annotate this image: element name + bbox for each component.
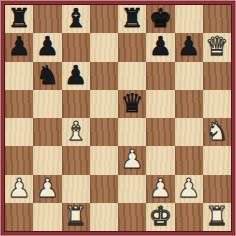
square-a5[interactable]: [5, 90, 33, 118]
square-f5[interactable]: [146, 90, 174, 118]
white-rook[interactable]: ♜: [205, 203, 228, 229]
square-b5[interactable]: [33, 90, 61, 118]
black-pawn[interactable]: ♟: [149, 33, 172, 59]
white-pawn[interactable]: ♟: [120, 146, 143, 172]
square-c1[interactable]: ♜: [62, 203, 90, 231]
square-f2[interactable]: ♟: [146, 175, 174, 203]
square-h4[interactable]: ♞: [203, 118, 231, 146]
square-h7[interactable]: ♛: [203, 33, 231, 61]
black-pawn[interactable]: ♟: [177, 33, 200, 59]
square-g8[interactable]: [175, 5, 203, 33]
black-king[interactable]: ♚: [149, 5, 172, 31]
square-h3[interactable]: [203, 146, 231, 174]
white-pawn[interactable]: ♟: [7, 175, 30, 201]
square-h1[interactable]: ♜: [203, 203, 231, 231]
square-a7[interactable]: ♟: [5, 33, 33, 61]
black-rook[interactable]: ♜: [120, 5, 143, 31]
square-b6[interactable]: ♞: [33, 62, 61, 90]
black-pawn[interactable]: ♟: [7, 33, 30, 59]
square-a2[interactable]: ♟: [5, 175, 33, 203]
square-e6[interactable]: [118, 62, 146, 90]
square-f7[interactable]: ♟: [146, 33, 174, 61]
square-c3[interactable]: [62, 146, 90, 174]
square-a1[interactable]: [5, 203, 33, 231]
square-c8[interactable]: ♝: [62, 5, 90, 33]
square-e4[interactable]: [118, 118, 146, 146]
square-d3[interactable]: [90, 146, 118, 174]
square-e3[interactable]: ♟: [118, 146, 146, 174]
square-a4[interactable]: [5, 118, 33, 146]
square-b4[interactable]: [33, 118, 61, 146]
white-queen[interactable]: ♛: [205, 33, 228, 59]
square-b8[interactable]: [33, 5, 61, 33]
square-g3[interactable]: [175, 146, 203, 174]
square-g6[interactable]: [175, 62, 203, 90]
white-pawn[interactable]: ♟: [36, 175, 59, 201]
white-pawn[interactable]: ♟: [149, 175, 172, 201]
square-g7[interactable]: ♟: [175, 33, 203, 61]
square-c4[interactable]: ♝: [62, 118, 90, 146]
black-queen[interactable]: ♛: [120, 90, 143, 116]
square-f6[interactable]: [146, 62, 174, 90]
square-b3[interactable]: [33, 146, 61, 174]
white-king[interactable]: ♚: [149, 203, 172, 229]
square-b1[interactable]: [33, 203, 61, 231]
square-d8[interactable]: [90, 5, 118, 33]
board-frame: ♜♝♜♚♟♟♟♟♛♞♟♛♝♞♟♟♟♟♟♜♚♜: [0, 0, 236, 236]
square-d1[interactable]: [90, 203, 118, 231]
square-d5[interactable]: [90, 90, 118, 118]
white-bishop[interactable]: ♝: [64, 118, 87, 144]
square-a8[interactable]: ♜: [5, 5, 33, 33]
chess-board: ♜♝♜♚♟♟♟♟♛♞♟♛♝♞♟♟♟♟♟♜♚♜: [4, 4, 232, 232]
square-d4[interactable]: [90, 118, 118, 146]
black-knight[interactable]: ♞: [36, 62, 59, 88]
square-f4[interactable]: [146, 118, 174, 146]
square-d2[interactable]: [90, 175, 118, 203]
white-pawn[interactable]: ♟: [177, 175, 200, 201]
square-g5[interactable]: [175, 90, 203, 118]
square-h8[interactable]: [203, 5, 231, 33]
square-g1[interactable]: [175, 203, 203, 231]
square-g2[interactable]: ♟: [175, 175, 203, 203]
square-e8[interactable]: ♜: [118, 5, 146, 33]
square-f3[interactable]: [146, 146, 174, 174]
square-f8[interactable]: ♚: [146, 5, 174, 33]
square-b2[interactable]: ♟: [33, 175, 61, 203]
black-bishop[interactable]: ♝: [64, 5, 87, 31]
square-b7[interactable]: ♟: [33, 33, 61, 61]
black-rook[interactable]: ♜: [7, 5, 30, 31]
square-a3[interactable]: [5, 146, 33, 174]
white-knight[interactable]: ♞: [205, 118, 228, 144]
square-g4[interactable]: [175, 118, 203, 146]
square-h6[interactable]: [203, 62, 231, 90]
square-c5[interactable]: [62, 90, 90, 118]
black-pawn[interactable]: ♟: [64, 62, 87, 88]
square-h5[interactable]: [203, 90, 231, 118]
square-e2[interactable]: [118, 175, 146, 203]
square-c7[interactable]: [62, 33, 90, 61]
square-d6[interactable]: [90, 62, 118, 90]
square-e5[interactable]: ♛: [118, 90, 146, 118]
square-h2[interactable]: [203, 175, 231, 203]
square-f1[interactable]: ♚: [146, 203, 174, 231]
square-d7[interactable]: [90, 33, 118, 61]
square-c6[interactable]: ♟: [62, 62, 90, 90]
square-c2[interactable]: [62, 175, 90, 203]
square-e7[interactable]: [118, 33, 146, 61]
square-e1[interactable]: [118, 203, 146, 231]
black-pawn[interactable]: ♟: [36, 33, 59, 59]
square-a6[interactable]: [5, 62, 33, 90]
white-rook[interactable]: ♜: [64, 203, 87, 229]
